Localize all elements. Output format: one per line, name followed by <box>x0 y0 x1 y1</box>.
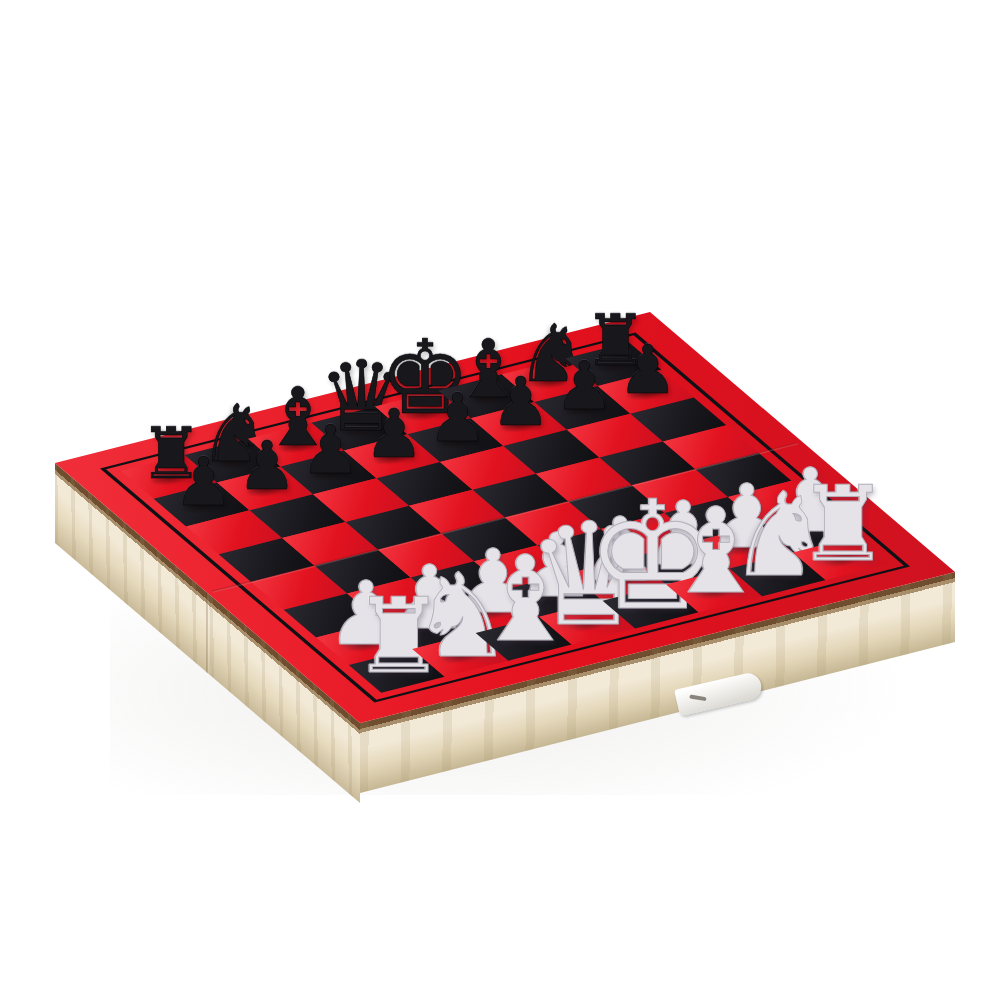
chess-set-product-photo: ♜♞♝♛♚♝♞♜♟♟♟♟♟♟♟♟♟♟♟♟♟♟♟♟♜♞♝♛♚♝♞♜ <box>0 0 1000 1000</box>
piece-white-rook-h1: ♜ <box>796 471 889 575</box>
box-fold-notch <box>206 592 208 674</box>
piece-black-pawn-h7: ♟ <box>618 336 678 403</box>
clasp-slot <box>689 695 706 702</box>
square-h1: ♜ <box>793 536 889 580</box>
